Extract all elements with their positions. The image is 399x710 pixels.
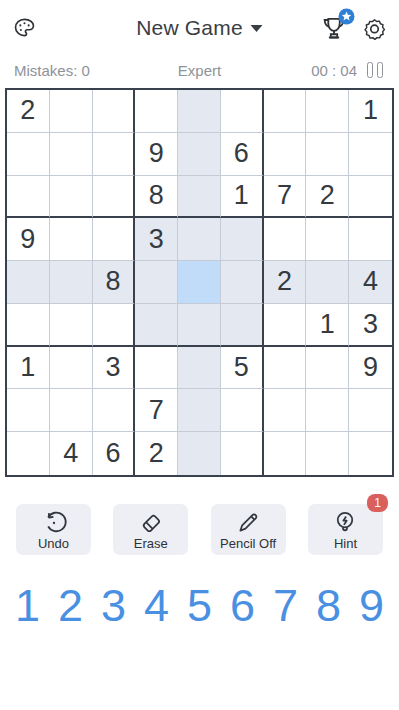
- eraser-icon: [137, 509, 165, 537]
- trophy-button[interactable]: [319, 12, 349, 44]
- erase-button[interactable]: Erase: [113, 504, 188, 555]
- cell-r2c8[interactable]: [306, 133, 349, 176]
- cell-r5c3[interactable]: 8: [93, 261, 136, 304]
- numpad-9[interactable]: 9: [359, 581, 384, 631]
- cell-r5c6[interactable]: [221, 261, 264, 304]
- numpad-7[interactable]: 7: [273, 581, 298, 631]
- numpad-3[interactable]: 3: [101, 581, 126, 631]
- cell-r9c3[interactable]: 6: [93, 432, 136, 475]
- cell-r1c5[interactable]: [178, 90, 221, 133]
- cell-r1c1[interactable]: 2: [7, 90, 50, 133]
- cell-r8c9[interactable]: [349, 389, 392, 432]
- cell-r7c7[interactable]: [264, 347, 307, 390]
- cell-r1c3[interactable]: [93, 90, 136, 133]
- cell-r4c4[interactable]: 3: [135, 218, 178, 261]
- cell-r4c3[interactable]: [93, 218, 136, 261]
- cell-r1c9[interactable]: 1: [349, 90, 392, 133]
- cell-r9c2[interactable]: 4: [50, 432, 93, 475]
- cell-r3c1[interactable]: [7, 176, 50, 219]
- numpad-8[interactable]: 8: [316, 581, 341, 631]
- chevron-down-icon: [250, 24, 263, 33]
- cell-r2c1[interactable]: [7, 133, 50, 176]
- cell-r8c8[interactable]: [306, 389, 349, 432]
- cell-r9c7[interactable]: [264, 432, 307, 475]
- numpad-2[interactable]: 2: [58, 581, 83, 631]
- cell-r2c6[interactable]: 6: [221, 133, 264, 176]
- numpad-6[interactable]: 6: [230, 581, 255, 631]
- cell-r6c4[interactable]: [135, 304, 178, 347]
- numpad-1[interactable]: 1: [15, 581, 40, 631]
- cell-r8c4[interactable]: 7: [135, 389, 178, 432]
- cell-r9c9[interactable]: [349, 432, 392, 475]
- cell-r5c5[interactable]: [178, 261, 221, 304]
- cell-r3c2[interactable]: [50, 176, 93, 219]
- cell-r9c8[interactable]: [306, 432, 349, 475]
- cell-r1c2[interactable]: [50, 90, 93, 133]
- cell-r4c5[interactable]: [178, 218, 221, 261]
- cell-r6c6[interactable]: [221, 304, 264, 347]
- numpad-5[interactable]: 5: [187, 581, 212, 631]
- gear-icon: [362, 16, 387, 41]
- cell-r9c1[interactable]: [7, 432, 50, 475]
- cell-r2c3[interactable]: [93, 133, 136, 176]
- cell-r7c2[interactable]: [50, 347, 93, 390]
- cell-r8c7[interactable]: [264, 389, 307, 432]
- cell-r9c4[interactable]: 2: [135, 432, 178, 475]
- cell-r7c1[interactable]: 1: [7, 347, 50, 390]
- cell-r3c9[interactable]: [349, 176, 392, 219]
- settings-button[interactable]: [362, 16, 387, 41]
- cell-r3c6[interactable]: 1: [221, 176, 264, 219]
- cell-r7c5[interactable]: [178, 347, 221, 390]
- cell-r9c5[interactable]: [178, 432, 221, 475]
- hint-button[interactable]: 1 Hint: [308, 504, 383, 555]
- cell-r2c9[interactable]: [349, 133, 392, 176]
- cell-r8c2[interactable]: [50, 389, 93, 432]
- cell-r6c9[interactable]: 3: [349, 304, 392, 347]
- number-pad: 123456789: [0, 581, 399, 631]
- cell-r4c8[interactable]: [306, 218, 349, 261]
- top-bar: New Game: [0, 0, 399, 56]
- difficulty-label: Expert: [0, 62, 399, 79]
- sudoku-board: 21968172938241313597462: [5, 88, 394, 477]
- cell-r5c1[interactable]: [7, 261, 50, 304]
- cell-r7c9[interactable]: 9: [349, 347, 392, 390]
- bulb-icon: [331, 509, 359, 537]
- cell-r6c5[interactable]: [178, 304, 221, 347]
- cell-r3c8[interactable]: 2: [306, 176, 349, 219]
- new-game-menu[interactable]: New Game: [136, 16, 263, 40]
- cell-r6c2[interactable]: [50, 304, 93, 347]
- erase-label: Erase: [134, 536, 168, 551]
- cell-r7c8[interactable]: [306, 347, 349, 390]
- cell-r7c4[interactable]: [135, 347, 178, 390]
- cell-r5c4[interactable]: [135, 261, 178, 304]
- cell-r6c1[interactable]: [7, 304, 50, 347]
- cell-r2c7[interactable]: [264, 133, 307, 176]
- hint-label: Hint: [334, 536, 357, 551]
- pencil-toggle-button[interactable]: Pencil Off: [211, 504, 286, 555]
- cell-r5c2[interactable]: [50, 261, 93, 304]
- cell-r4c7[interactable]: [264, 218, 307, 261]
- cell-r6c7[interactable]: [264, 304, 307, 347]
- cell-r4c9[interactable]: [349, 218, 392, 261]
- cell-r3c3[interactable]: [93, 176, 136, 219]
- cell-r6c3[interactable]: [93, 304, 136, 347]
- theme-palette-button[interactable]: [12, 16, 37, 41]
- cell-r9c6[interactable]: [221, 432, 264, 475]
- cell-r1c7[interactable]: [264, 90, 307, 133]
- cell-r8c3[interactable]: [93, 389, 136, 432]
- cell-r5c7[interactable]: 2: [264, 261, 307, 304]
- undo-label: Undo: [38, 536, 69, 551]
- cell-r8c1[interactable]: [7, 389, 50, 432]
- status-bar: Mistakes: 0 Expert 00 : 04: [0, 56, 399, 84]
- cell-r3c5[interactable]: [178, 176, 221, 219]
- cell-r3c4[interactable]: 8: [135, 176, 178, 219]
- undo-icon: [40, 509, 68, 537]
- cell-r2c2[interactable]: [50, 133, 93, 176]
- cell-r4c1[interactable]: 9: [7, 218, 50, 261]
- toolbar: Undo Erase Pencil Off 1: [0, 504, 399, 555]
- cell-r3c7[interactable]: 7: [264, 176, 307, 219]
- cell-r1c6[interactable]: [221, 90, 264, 133]
- cell-r1c4[interactable]: [135, 90, 178, 133]
- cell-r6c8[interactable]: 1: [306, 304, 349, 347]
- cell-r8c6[interactable]: [221, 389, 264, 432]
- hint-badge: 1: [367, 494, 388, 512]
- page-title: New Game: [136, 16, 243, 40]
- cell-r4c6[interactable]: [221, 218, 264, 261]
- undo-button[interactable]: Undo: [16, 504, 91, 555]
- cell-r2c5[interactable]: [178, 133, 221, 176]
- numpad-4[interactable]: 4: [144, 581, 169, 631]
- cell-r2c4[interactable]: 9: [135, 133, 178, 176]
- cell-r7c3[interactable]: 3: [93, 347, 136, 390]
- palette-icon: [12, 16, 37, 41]
- cell-r7c6[interactable]: 5: [221, 347, 264, 390]
- cell-r5c9[interactable]: 4: [349, 261, 392, 304]
- topbar-right: [319, 12, 387, 44]
- cell-r5c8[interactable]: [306, 261, 349, 304]
- cell-r4c2[interactable]: [50, 218, 93, 261]
- pencil-label: Pencil Off: [220, 536, 276, 551]
- star-badge-icon: [338, 8, 355, 25]
- cell-r8c5[interactable]: [178, 389, 221, 432]
- pencil-icon: [234, 509, 262, 537]
- cell-r1c8[interactable]: [306, 90, 349, 133]
